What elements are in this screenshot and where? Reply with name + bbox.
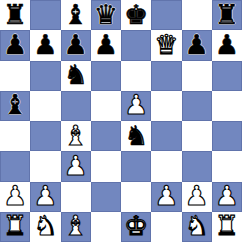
- square-b3[interactable]: [30, 151, 60, 181]
- piece-white-pawn: ♟: [3, 182, 27, 209]
- square-c3[interactable]: ♟: [61, 151, 91, 181]
- square-a7[interactable]: ♟: [0, 30, 30, 60]
- piece-white-bishop: ♝: [64, 122, 88, 149]
- piece-white-queen: ♛: [154, 31, 178, 58]
- square-a2[interactable]: ♟: [0, 182, 30, 212]
- square-g3[interactable]: [182, 151, 212, 181]
- square-h5[interactable]: [212, 91, 242, 121]
- square-d4[interactable]: [91, 121, 121, 151]
- square-d8[interactable]: ♛: [91, 0, 121, 30]
- square-h1[interactable]: ♜: [212, 212, 242, 242]
- square-g8[interactable]: [182, 0, 212, 30]
- piece-white-knight: ♞: [33, 212, 57, 239]
- square-g4[interactable]: [182, 121, 212, 151]
- piece-black-pawn: ♟: [215, 31, 239, 58]
- square-e3[interactable]: [121, 151, 151, 181]
- square-d1[interactable]: [91, 212, 121, 242]
- square-c6[interactable]: ♞: [61, 61, 91, 91]
- piece-black-pawn: ♟: [33, 31, 57, 58]
- square-a5[interactable]: ♝: [0, 91, 30, 121]
- square-f2[interactable]: ♟: [151, 182, 181, 212]
- square-f7[interactable]: ♛: [151, 30, 181, 60]
- square-h8[interactable]: ♜: [212, 0, 242, 30]
- square-b6[interactable]: [30, 61, 60, 91]
- square-h7[interactable]: ♟: [212, 30, 242, 60]
- square-h6[interactable]: [212, 61, 242, 91]
- square-d6[interactable]: [91, 61, 121, 91]
- chess-board: ♜♝♛♚♜♟♟♟♟♛♟♟♞♝♟♝♞♟♟♟♟♟♟♜♞♝♚♞♜: [0, 0, 242, 242]
- square-c1[interactable]: ♝: [61, 212, 91, 242]
- square-g2[interactable]: ♟: [182, 182, 212, 212]
- square-e2[interactable]: [121, 182, 151, 212]
- piece-black-pawn: ♟: [64, 31, 88, 58]
- square-f3[interactable]: [151, 151, 181, 181]
- piece-white-pawn: ♟: [33, 182, 57, 209]
- square-d3[interactable]: [91, 151, 121, 181]
- piece-black-rook: ♜: [215, 1, 239, 28]
- square-f6[interactable]: [151, 61, 181, 91]
- piece-black-bishop: ♝: [64, 1, 88, 28]
- square-b2[interactable]: ♟: [30, 182, 60, 212]
- piece-white-pawn: ♟: [124, 91, 148, 118]
- square-d2[interactable]: [91, 182, 121, 212]
- square-g5[interactable]: [182, 91, 212, 121]
- square-d5[interactable]: [91, 91, 121, 121]
- piece-black-rook: ♜: [3, 1, 27, 28]
- piece-white-knight: ♞: [185, 212, 209, 239]
- piece-black-bishop: ♝: [3, 91, 27, 118]
- square-a4[interactable]: [0, 121, 30, 151]
- square-b8[interactable]: [30, 0, 60, 30]
- piece-black-pawn: ♟: [3, 31, 27, 58]
- square-h4[interactable]: [212, 121, 242, 151]
- square-c5[interactable]: [61, 91, 91, 121]
- square-e1[interactable]: ♚: [121, 212, 151, 242]
- square-a6[interactable]: [0, 61, 30, 91]
- square-a8[interactable]: ♜: [0, 0, 30, 30]
- square-c4[interactable]: ♝: [61, 121, 91, 151]
- square-f5[interactable]: [151, 91, 181, 121]
- piece-black-pawn: ♟: [185, 31, 209, 58]
- square-e8[interactable]: ♚: [121, 0, 151, 30]
- piece-black-pawn: ♟: [94, 31, 118, 58]
- piece-black-knight: ♞: [64, 61, 88, 88]
- square-g7[interactable]: ♟: [182, 30, 212, 60]
- square-a1[interactable]: ♜: [0, 212, 30, 242]
- square-e5[interactable]: ♟: [121, 91, 151, 121]
- piece-black-knight: ♞: [124, 122, 148, 149]
- square-b4[interactable]: [30, 121, 60, 151]
- piece-white-pawn: ♟: [215, 182, 239, 209]
- piece-white-rook: ♜: [215, 212, 239, 239]
- square-d7[interactable]: ♟: [91, 30, 121, 60]
- piece-white-pawn: ♟: [154, 182, 178, 209]
- square-c7[interactable]: ♟: [61, 30, 91, 60]
- square-f1[interactable]: [151, 212, 181, 242]
- square-c8[interactable]: ♝: [61, 0, 91, 30]
- square-b7[interactable]: ♟: [30, 30, 60, 60]
- square-g1[interactable]: ♞: [182, 212, 212, 242]
- square-h2[interactable]: ♟: [212, 182, 242, 212]
- square-b1[interactable]: ♞: [30, 212, 60, 242]
- piece-black-king: ♚: [124, 1, 148, 28]
- piece-white-rook: ♜: [3, 212, 27, 239]
- square-e7[interactable]: [121, 30, 151, 60]
- piece-white-king: ♚: [124, 212, 148, 239]
- piece-black-queen: ♛: [94, 1, 118, 28]
- square-f8[interactable]: [151, 0, 181, 30]
- piece-white-pawn: ♟: [185, 182, 209, 209]
- square-b5[interactable]: [30, 91, 60, 121]
- square-h3[interactable]: [212, 151, 242, 181]
- square-g6[interactable]: [182, 61, 212, 91]
- square-f4[interactable]: [151, 121, 181, 151]
- piece-white-pawn: ♟: [64, 152, 88, 179]
- square-e4[interactable]: ♞: [121, 121, 151, 151]
- square-e6[interactable]: [121, 61, 151, 91]
- square-c2[interactable]: [61, 182, 91, 212]
- piece-white-bishop: ♝: [64, 212, 88, 239]
- square-a3[interactable]: [0, 151, 30, 181]
